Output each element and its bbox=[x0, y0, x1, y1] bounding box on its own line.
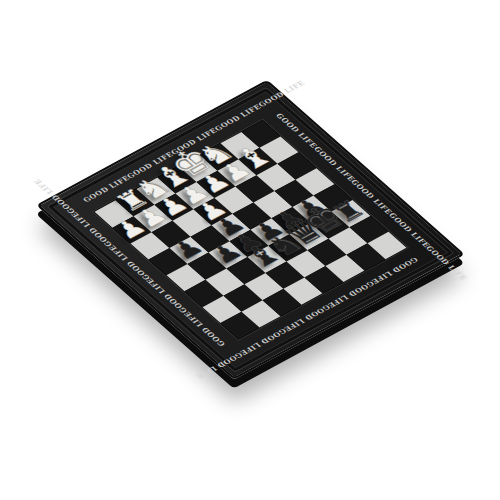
frame-text: GOOD LIFE bbox=[424, 245, 469, 282]
product-photo: GOOD LIFEGOOD LIFEGOOD LIFEGOOD LIFEGOOD… bbox=[0, 0, 500, 500]
frame-text: GOOD LIFE bbox=[32, 178, 77, 215]
frame-text: GOOD LIFE bbox=[194, 351, 244, 380]
frame-text: GOOD LIFE bbox=[257, 79, 307, 108]
chess-board-frame: GOOD LIFEGOOD LIFEGOOD LIFEGOOD LIFEGOOD… bbox=[36, 80, 465, 380]
chess-board: ♜♞♝♚♞♟♟♟♟♟♟♝♟♟♟♟♟♟♟♟♝♞♛♚♜ bbox=[95, 121, 407, 339]
